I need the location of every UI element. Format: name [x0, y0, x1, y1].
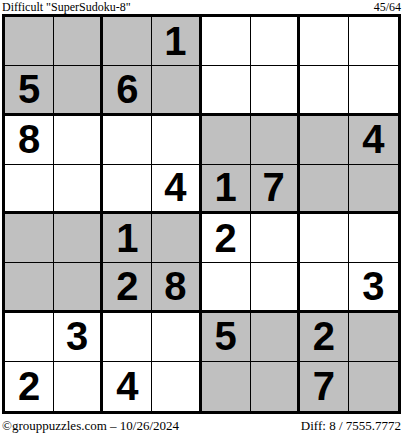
cell-r4c5[interactable]: 1 — [202, 165, 251, 214]
cell-r2c8[interactable] — [349, 66, 398, 115]
cell-r7c6[interactable] — [251, 313, 300, 362]
cell-r7c1[interactable] — [5, 313, 54, 362]
cell-r5c5[interactable]: 2 — [202, 214, 251, 263]
cell-r3c2[interactable] — [54, 116, 103, 165]
cell-r2c4[interactable] — [152, 66, 201, 115]
cell-r1c6[interactable] — [251, 17, 300, 66]
cell-r2c1[interactable]: 5 — [5, 66, 54, 115]
cell-r3c6[interactable] — [251, 116, 300, 165]
cell-r7c4[interactable] — [152, 313, 201, 362]
cell-r4c2[interactable] — [54, 165, 103, 214]
cell-r6c4[interactable]: 8 — [152, 263, 201, 312]
cell-r7c8[interactable] — [349, 313, 398, 362]
empty-cell-counter: 45/64 — [374, 1, 401, 13]
cell-r8c3[interactable]: 4 — [103, 362, 152, 411]
sudoku-board: 1568441712283352247 — [2, 14, 401, 414]
cell-r2c5[interactable] — [202, 66, 251, 115]
cell-r5c3[interactable]: 1 — [103, 214, 152, 263]
copyright-text: ©grouppuzzles.com – 10/26/2024 — [2, 419, 179, 433]
cell-r8c6[interactable] — [251, 362, 300, 411]
cell-r4c3[interactable] — [103, 165, 152, 214]
cell-r3c7[interactable] — [300, 116, 349, 165]
cell-r6c8[interactable]: 3 — [349, 263, 398, 312]
cell-r5c6[interactable] — [251, 214, 300, 263]
cell-r5c4[interactable] — [152, 214, 201, 263]
cell-r8c1[interactable]: 2 — [5, 362, 54, 411]
cell-r4c6[interactable]: 7 — [251, 165, 300, 214]
cell-r5c2[interactable] — [54, 214, 103, 263]
cell-r6c1[interactable] — [5, 263, 54, 312]
cell-r1c1[interactable] — [5, 17, 54, 66]
cell-r3c4[interactable] — [152, 116, 201, 165]
cell-r1c4[interactable]: 1 — [152, 17, 201, 66]
cell-r6c6[interactable] — [251, 263, 300, 312]
cell-r5c1[interactable] — [5, 214, 54, 263]
cell-r3c3[interactable] — [103, 116, 152, 165]
cell-r7c5[interactable]: 5 — [202, 313, 251, 362]
cell-r1c7[interactable] — [300, 17, 349, 66]
cell-r6c5[interactable] — [202, 263, 251, 312]
cell-r7c7[interactable]: 2 — [300, 313, 349, 362]
cell-r2c7[interactable] — [300, 66, 349, 115]
cell-r8c7[interactable]: 7 — [300, 362, 349, 411]
cell-r3c1[interactable]: 8 — [5, 116, 54, 165]
cell-r1c3[interactable] — [103, 17, 152, 66]
cell-r8c4[interactable] — [152, 362, 201, 411]
cell-r4c8[interactable] — [349, 165, 398, 214]
cell-r5c7[interactable] — [300, 214, 349, 263]
cell-r4c1[interactable] — [5, 165, 54, 214]
cell-r8c8[interactable] — [349, 362, 398, 411]
cell-r4c4[interactable]: 4 — [152, 165, 201, 214]
cell-r7c3[interactable] — [103, 313, 152, 362]
cell-r8c2[interactable] — [54, 362, 103, 411]
cell-r5c8[interactable] — [349, 214, 398, 263]
footer: ©grouppuzzles.com – 10/26/2024 Diff: 8 /… — [0, 414, 403, 433]
cell-r3c8[interactable]: 4 — [349, 116, 398, 165]
cell-r2c3[interactable]: 6 — [103, 66, 152, 115]
difficulty-text: Diff: 8 / 7555.7772 — [301, 419, 401, 433]
cell-r2c6[interactable] — [251, 66, 300, 115]
cell-r1c2[interactable] — [54, 17, 103, 66]
puzzle-page: Difficult "SuperSudoku-8" 45/64 15684417… — [0, 0, 403, 437]
header: Difficult "SuperSudoku-8" 45/64 — [0, 0, 403, 14]
puzzle-title: Difficult "SuperSudoku-8" — [2, 1, 131, 13]
cell-r6c7[interactable] — [300, 263, 349, 312]
cell-r1c5[interactable] — [202, 17, 251, 66]
cell-r8c5[interactable] — [202, 362, 251, 411]
cell-r4c7[interactable] — [300, 165, 349, 214]
cell-r7c2[interactable]: 3 — [54, 313, 103, 362]
cell-r6c3[interactable]: 2 — [103, 263, 152, 312]
cell-r3c5[interactable] — [202, 116, 251, 165]
cell-r2c2[interactable] — [54, 66, 103, 115]
cell-r6c2[interactable] — [54, 263, 103, 312]
cell-r1c8[interactable] — [349, 17, 398, 66]
